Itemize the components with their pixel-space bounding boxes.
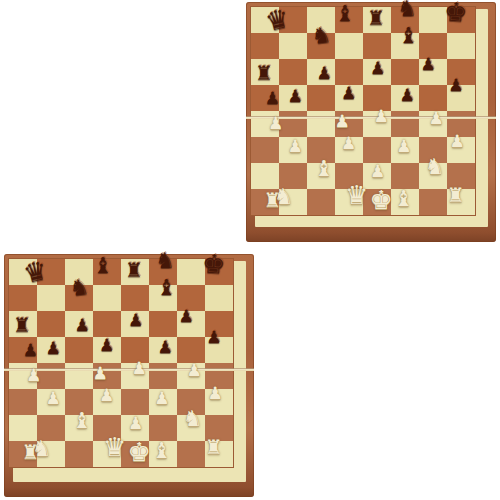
board-square-b4 [37,363,65,389]
board-square-f4 [391,111,419,137]
board-square-d6 [93,311,121,337]
board-square-h4 [447,111,475,137]
board-square-c5 [65,337,93,363]
board-square-b4 [279,111,307,137]
board-square-e5 [121,337,149,363]
board-square-f6 [149,311,177,337]
board-square-d1 [335,189,363,215]
board-square-c4 [65,363,93,389]
board-square-e1 [121,441,149,467]
board-square-c3 [65,389,93,415]
board-square-e7 [363,33,391,59]
board-square-h5 [205,337,233,363]
board-square-g5 [419,85,447,111]
board-square-a8 [251,7,279,33]
board-square-f2 [391,163,419,189]
board-square-e2 [121,415,149,441]
board-square-c2 [65,415,93,441]
board-square-b6 [279,59,307,85]
board-square-e4 [363,111,391,137]
board-square-f1 [149,441,177,467]
board-square-a4 [251,111,279,137]
board-square-c2 [307,163,335,189]
board-square-e6 [363,59,391,85]
board-square-f7 [149,285,177,311]
board-square-b2 [279,163,307,189]
board-square-e3 [363,137,391,163]
board-square-g6 [177,311,205,337]
board-square-e4 [121,363,149,389]
board-square-d7 [93,285,121,311]
board-square-g8 [419,7,447,33]
board-square-h1 [447,189,475,215]
board-square-g1 [177,441,205,467]
board-square-d8 [335,7,363,33]
board-square-b1 [279,189,307,215]
board-square-g7 [419,33,447,59]
board-square-g5 [177,337,205,363]
board-square-e8 [363,7,391,33]
wooden-board-frame [4,254,254,497]
board-square-h7 [205,285,233,311]
board-square-f8 [391,7,419,33]
board-square-g2 [419,163,447,189]
board-square-c8 [307,7,335,33]
board-square-a7 [251,33,279,59]
board-square-d3 [335,137,363,163]
folding-hinge-seam [246,116,496,119]
board-square-b6 [37,311,65,337]
board-square-c7 [307,33,335,59]
board-square-g3 [419,137,447,163]
board-square-e5 [363,85,391,111]
board-square-f4 [149,363,177,389]
board-square-h1 [205,441,233,467]
board-square-b7 [37,285,65,311]
board-square-h8 [205,259,233,285]
board-square-h3 [205,389,233,415]
board-square-a3 [251,137,279,163]
board-square-d1 [93,441,121,467]
board-square-b8 [37,259,65,285]
chess-board-grid [8,258,234,468]
board-square-h6 [447,59,475,85]
board-square-c6 [65,311,93,337]
board-square-g6 [419,59,447,85]
board-square-h6 [205,311,233,337]
board-square-d7 [335,33,363,59]
board-square-g4 [419,111,447,137]
board-square-d2 [335,163,363,189]
board-square-f1 [391,189,419,215]
board-square-d5 [335,85,363,111]
board-square-f6 [391,59,419,85]
board-square-f2 [149,415,177,441]
board-square-c8 [65,259,93,285]
board-square-a2 [9,415,37,441]
board-square-f3 [391,137,419,163]
board-square-c1 [307,189,335,215]
board-square-d6 [335,59,363,85]
board-square-a6 [9,311,37,337]
board-square-b3 [279,137,307,163]
board-square-b1 [37,441,65,467]
board-square-a7 [9,285,37,311]
board-square-a6 [251,59,279,85]
board-square-b5 [37,337,65,363]
chess-board-grid [250,6,476,216]
board-square-g2 [177,415,205,441]
board-square-b5 [279,85,307,111]
board-square-f5 [391,85,419,111]
board-square-f3 [149,389,177,415]
board-square-g7 [177,285,205,311]
board-square-a8 [9,259,37,285]
board-square-e8 [121,259,149,285]
board-square-h5 [447,85,475,111]
board-square-e7 [121,285,149,311]
board-square-h2 [447,163,475,189]
board-square-g4 [177,363,205,389]
board-square-h4 [205,363,233,389]
board-square-d4 [335,111,363,137]
board-square-d2 [93,415,121,441]
board-square-d3 [93,389,121,415]
board-square-c1 [65,441,93,467]
board-square-h8 [447,7,475,33]
board-square-g8 [177,259,205,285]
board-square-b3 [37,389,65,415]
board-square-h3 [447,137,475,163]
chess-set-photo-top-right[interactable]: ♛♝♜♞♚♞♝♜♟♟♟♟♟♟♟♟♟♟♟♟♟♟♟♟♝♟♞♜♞♛♚♝♜ [246,2,496,242]
board-square-f8 [149,259,177,285]
board-square-e1 [363,189,391,215]
board-square-b2 [37,415,65,441]
board-square-e6 [121,311,149,337]
board-square-b7 [279,33,307,59]
board-square-a1 [251,189,279,215]
board-square-d4 [93,363,121,389]
board-square-g3 [177,389,205,415]
board-square-c6 [307,59,335,85]
board-square-c5 [307,85,335,111]
board-square-a5 [251,85,279,111]
board-square-a4 [9,363,37,389]
board-square-a5 [9,337,37,363]
board-square-g1 [419,189,447,215]
board-square-f7 [391,33,419,59]
board-square-d5 [93,337,121,363]
board-square-a1 [9,441,37,467]
board-square-c7 [65,285,93,311]
board-square-e2 [363,163,391,189]
board-square-f5 [149,337,177,363]
board-square-a3 [9,389,37,415]
board-square-b8 [279,7,307,33]
board-square-e3 [121,389,149,415]
wooden-board-frame [246,2,496,242]
board-square-h2 [205,415,233,441]
board-square-c3 [307,137,335,163]
chess-set-photo-bottom-left[interactable]: ♛♝♜♞♚♞♝♜♟♟♟♟♟♟♟♟♟♟♟♟♟♟♟♟♝♟♞♜♞♛♚♝♜ [4,254,254,497]
folding-hinge-seam [4,368,254,371]
board-square-c4 [307,111,335,137]
board-square-h7 [447,33,475,59]
board-square-a2 [251,163,279,189]
board-square-d8 [93,259,121,285]
